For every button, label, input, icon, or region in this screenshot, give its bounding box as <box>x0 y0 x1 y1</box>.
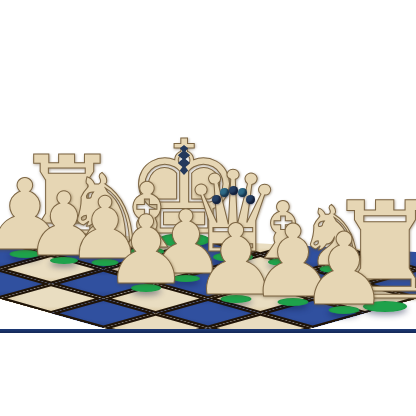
queen-crown-ball <box>229 186 238 195</box>
pawn-glyph: ♟ <box>299 224 389 316</box>
pawn-glyph: ♟ <box>103 207 188 294</box>
piece-pawn-4[interactable]: ♟ <box>121 234 171 289</box>
queen-crown-ball <box>238 188 247 197</box>
piece-pawn-8[interactable]: ♟ <box>318 253 370 311</box>
chess-set-photo: ♟♜♟♞♟♝♟♚♟♛♟♝♟♞♟♜ <box>0 0 416 416</box>
